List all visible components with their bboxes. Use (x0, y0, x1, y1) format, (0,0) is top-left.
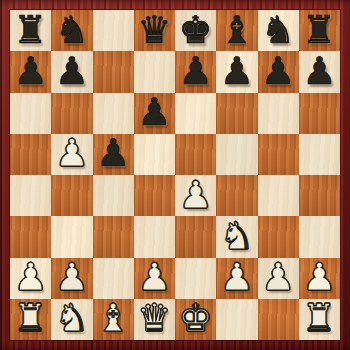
square-e7[interactable]: ♟ (175, 51, 216, 92)
square-f6[interactable] (216, 93, 257, 134)
piece-black-pawn[interactable]: ♟ (55, 52, 89, 90)
piece-black-pawn[interactable]: ♟ (302, 52, 336, 90)
piece-white-pawn[interactable]: ♟ (261, 258, 295, 296)
square-e8[interactable]: ♚ (175, 10, 216, 51)
square-h5[interactable] (299, 134, 340, 175)
square-d7[interactable] (134, 51, 175, 92)
square-f8[interactable]: ♝ (216, 10, 257, 51)
piece-black-rook[interactable]: ♜ (14, 11, 48, 49)
square-d4[interactable] (134, 175, 175, 216)
square-g5[interactable] (258, 134, 299, 175)
piece-white-bishop[interactable]: ♝ (96, 299, 130, 337)
square-d3[interactable] (134, 216, 175, 257)
square-g4[interactable] (258, 175, 299, 216)
square-b1[interactable]: ♞ (51, 299, 92, 340)
square-a1[interactable]: ♜ (10, 299, 51, 340)
square-c8[interactable] (93, 10, 134, 51)
square-b2[interactable]: ♟ (51, 258, 92, 299)
square-e4[interactable]: ♟ (175, 175, 216, 216)
square-a3[interactable] (10, 216, 51, 257)
piece-white-pawn[interactable]: ♟ (137, 258, 171, 296)
square-a8[interactable]: ♜ (10, 10, 51, 51)
piece-white-pawn[interactable]: ♟ (14, 258, 48, 296)
square-c5[interactable]: ♟ (93, 134, 134, 175)
square-c2[interactable] (93, 258, 134, 299)
square-g2[interactable]: ♟ (258, 258, 299, 299)
piece-black-pawn[interactable]: ♟ (261, 52, 295, 90)
square-a4[interactable] (10, 175, 51, 216)
square-e2[interactable] (175, 258, 216, 299)
piece-white-knight[interactable]: ♞ (55, 299, 89, 337)
square-c1[interactable]: ♝ (93, 299, 134, 340)
square-c3[interactable] (93, 216, 134, 257)
square-a5[interactable] (10, 134, 51, 175)
piece-white-pawn[interactable]: ♟ (302, 258, 336, 296)
square-g6[interactable] (258, 93, 299, 134)
square-b3[interactable] (51, 216, 92, 257)
square-h1[interactable]: ♜ (299, 299, 340, 340)
square-g1[interactable] (258, 299, 299, 340)
piece-black-knight[interactable]: ♞ (55, 11, 89, 49)
square-f1[interactable] (216, 299, 257, 340)
piece-black-rook[interactable]: ♜ (302, 11, 336, 49)
square-f5[interactable] (216, 134, 257, 175)
square-h7[interactable]: ♟ (299, 51, 340, 92)
piece-white-rook[interactable]: ♜ (302, 299, 336, 337)
square-g7[interactable]: ♟ (258, 51, 299, 92)
square-h8[interactable]: ♜ (299, 10, 340, 51)
piece-black-pawn[interactable]: ♟ (179, 52, 213, 90)
square-h4[interactable] (299, 175, 340, 216)
square-h2[interactable]: ♟ (299, 258, 340, 299)
piece-black-pawn[interactable]: ♟ (137, 93, 171, 131)
square-a6[interactable] (10, 93, 51, 134)
square-d6[interactable]: ♟ (134, 93, 175, 134)
square-d8[interactable]: ♛ (134, 10, 175, 51)
square-h3[interactable] (299, 216, 340, 257)
piece-white-pawn[interactable]: ♟ (220, 258, 254, 296)
square-a2[interactable]: ♟ (10, 258, 51, 299)
square-d1[interactable]: ♛ (134, 299, 175, 340)
square-a7[interactable]: ♟ (10, 51, 51, 92)
square-d5[interactable] (134, 134, 175, 175)
square-g3[interactable] (258, 216, 299, 257)
piece-black-knight[interactable]: ♞ (261, 11, 295, 49)
square-f7[interactable]: ♟ (216, 51, 257, 92)
square-e3[interactable] (175, 216, 216, 257)
square-f4[interactable] (216, 175, 257, 216)
square-f3[interactable]: ♞ (216, 216, 257, 257)
piece-white-pawn[interactable]: ♟ (55, 258, 89, 296)
piece-white-queen[interactable]: ♛ (137, 299, 171, 337)
square-b4[interactable] (51, 175, 92, 216)
square-c7[interactable] (93, 51, 134, 92)
board-frame: ♜♞♛♚♝♞♜♟♟♟♟♟♟♟♟♟♟♞♟♟♟♟♟♟♜♞♝♛♚♜ (0, 0, 350, 350)
piece-white-rook[interactable]: ♜ (14, 299, 48, 337)
piece-black-pawn[interactable]: ♟ (96, 134, 130, 172)
square-b8[interactable]: ♞ (51, 10, 92, 51)
piece-black-bishop[interactable]: ♝ (220, 11, 254, 49)
piece-black-pawn[interactable]: ♟ (14, 52, 48, 90)
square-e6[interactable] (175, 93, 216, 134)
piece-black-queen[interactable]: ♛ (137, 11, 171, 49)
square-c4[interactable] (93, 175, 134, 216)
square-e5[interactable] (175, 134, 216, 175)
square-h6[interactable] (299, 93, 340, 134)
square-d2[interactable]: ♟ (134, 258, 175, 299)
piece-black-king[interactable]: ♚ (179, 11, 213, 49)
piece-white-pawn[interactable]: ♟ (179, 176, 213, 214)
square-g8[interactable]: ♞ (258, 10, 299, 51)
square-b7[interactable]: ♟ (51, 51, 92, 92)
piece-white-pawn[interactable]: ♟ (55, 134, 89, 172)
square-b6[interactable] (51, 93, 92, 134)
piece-white-king[interactable]: ♚ (179, 299, 213, 337)
square-f2[interactable]: ♟ (216, 258, 257, 299)
square-e1[interactable]: ♚ (175, 299, 216, 340)
square-b5[interactable]: ♟ (51, 134, 92, 175)
piece-white-knight[interactable]: ♞ (220, 217, 254, 255)
piece-black-pawn[interactable]: ♟ (220, 52, 254, 90)
chess-board: ♜♞♛♚♝♞♜♟♟♟♟♟♟♟♟♟♟♞♟♟♟♟♟♟♜♞♝♛♚♜ (10, 10, 340, 340)
square-c6[interactable] (93, 93, 134, 134)
